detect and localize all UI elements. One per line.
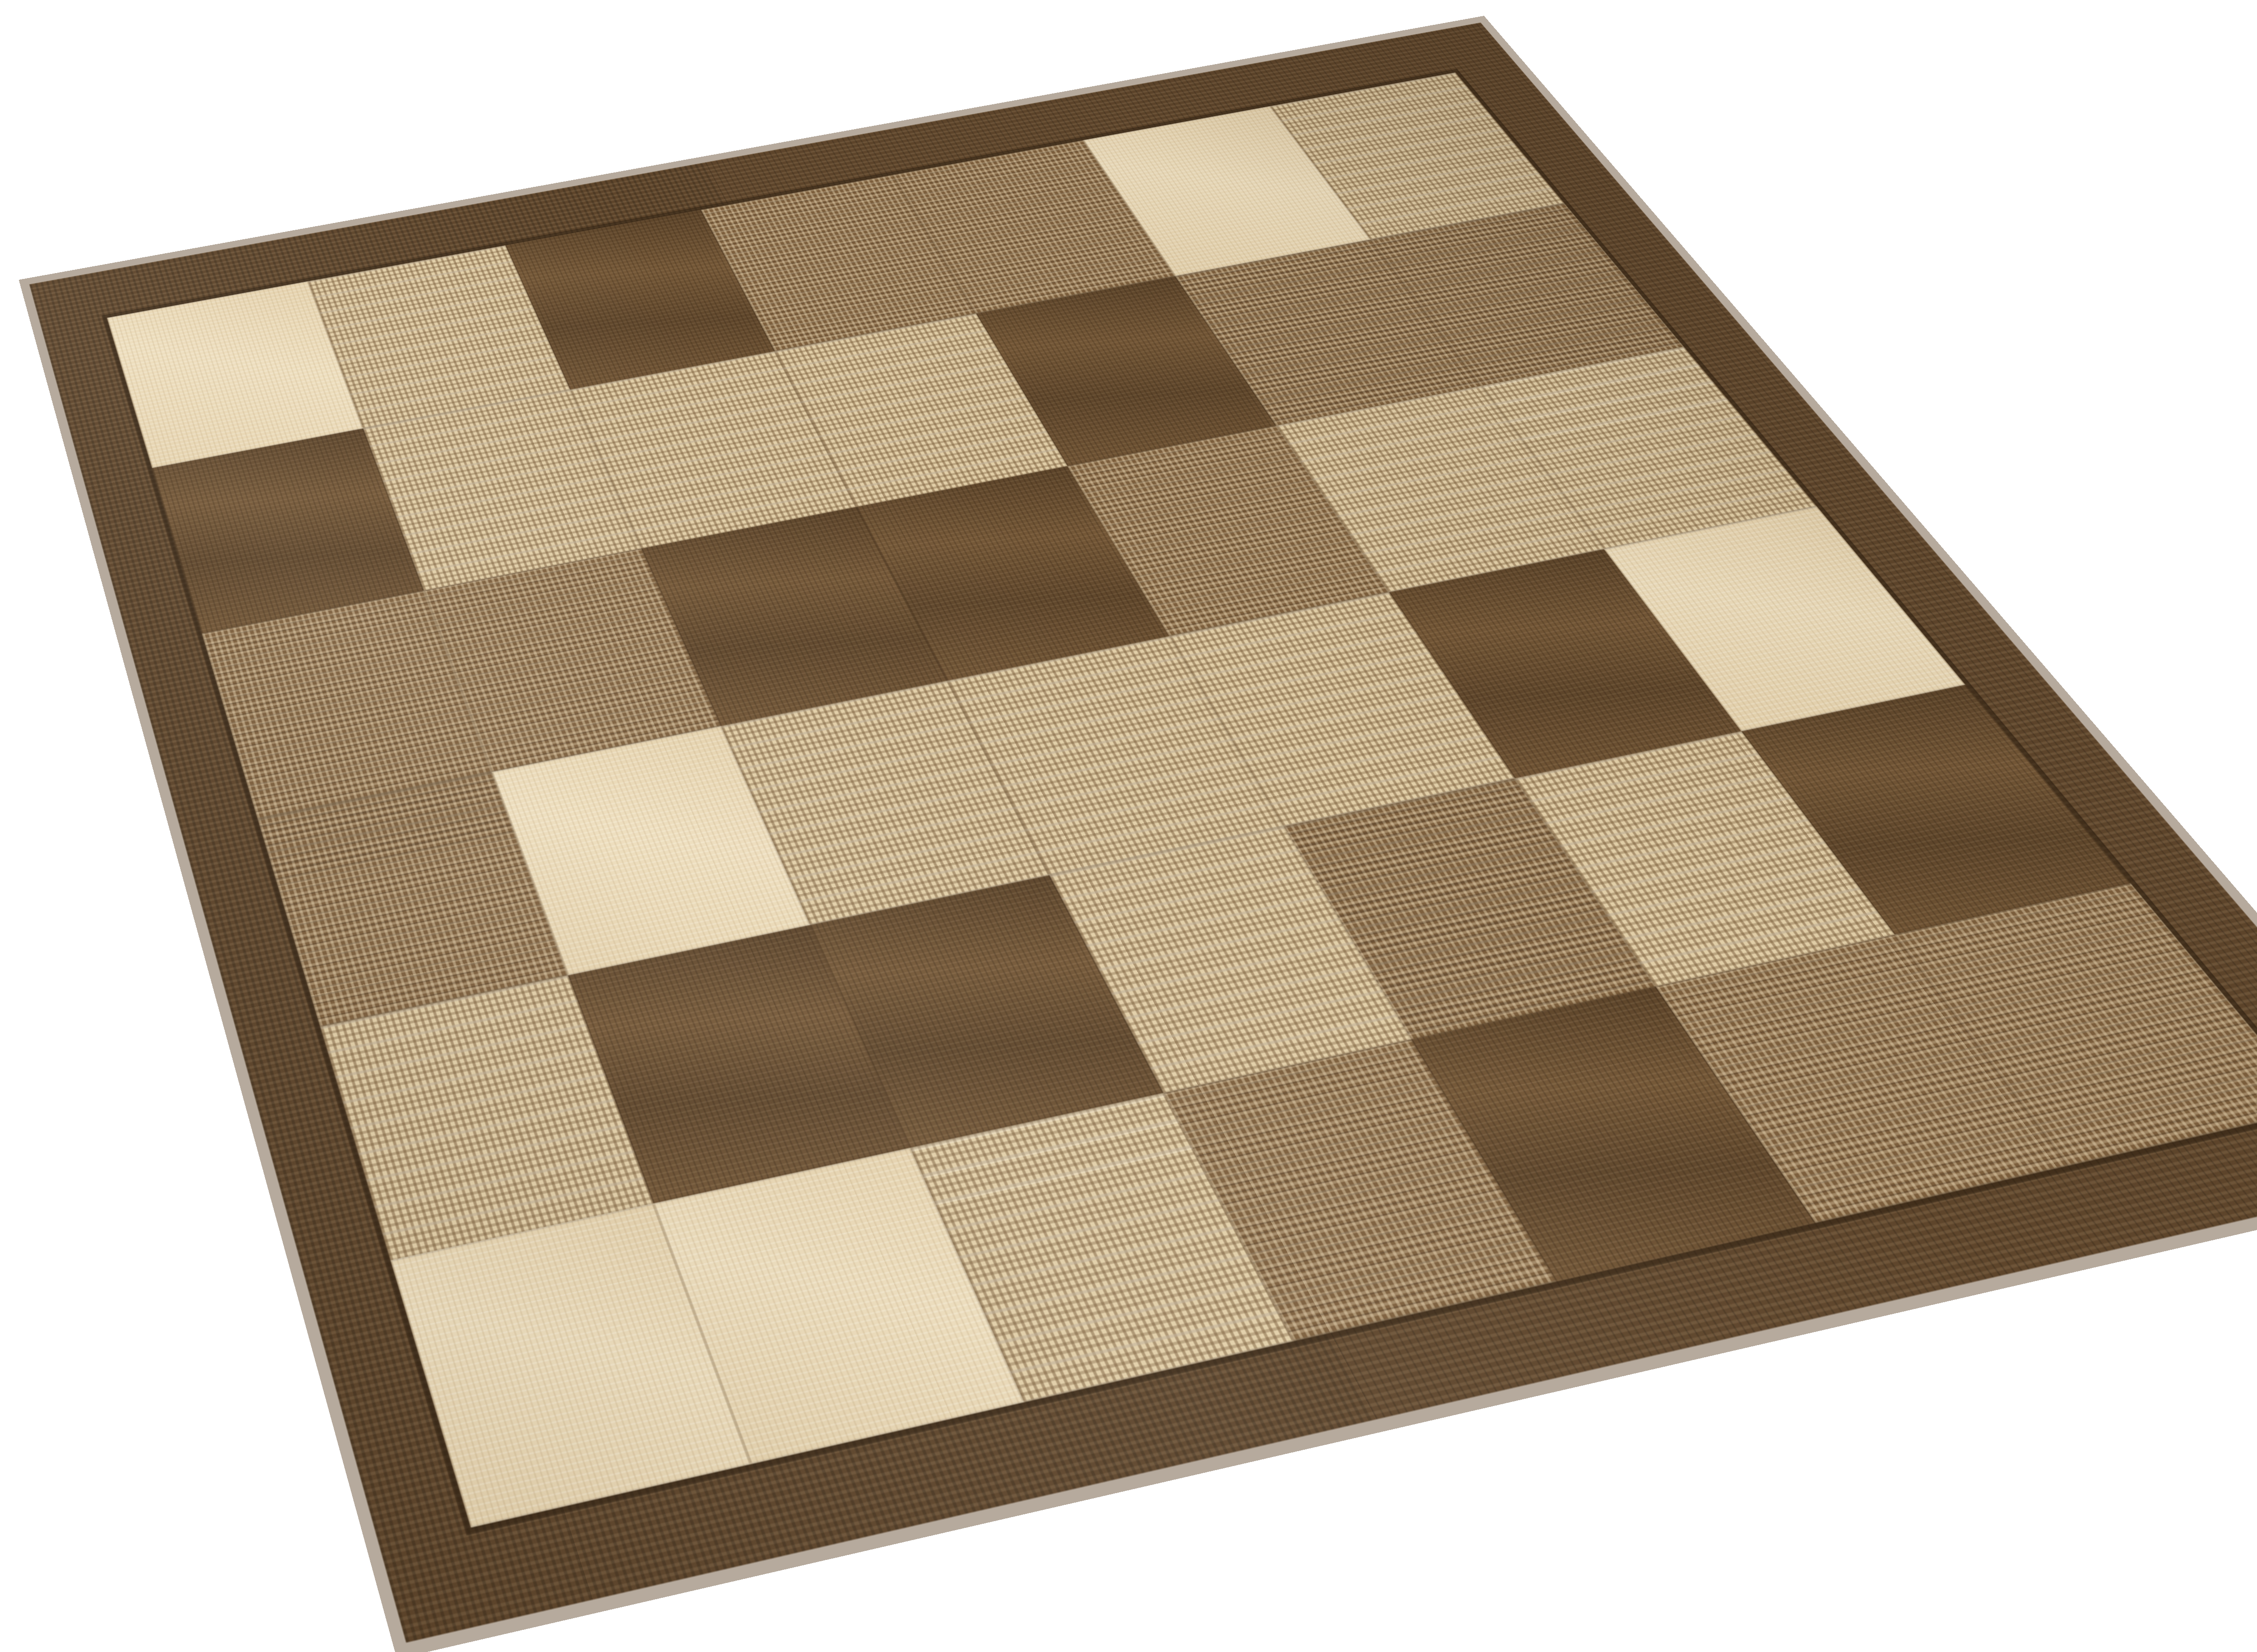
rug-border [107,72,2257,1527]
rug [29,23,2257,1643]
photo-backdrop [0,0,2257,1652]
